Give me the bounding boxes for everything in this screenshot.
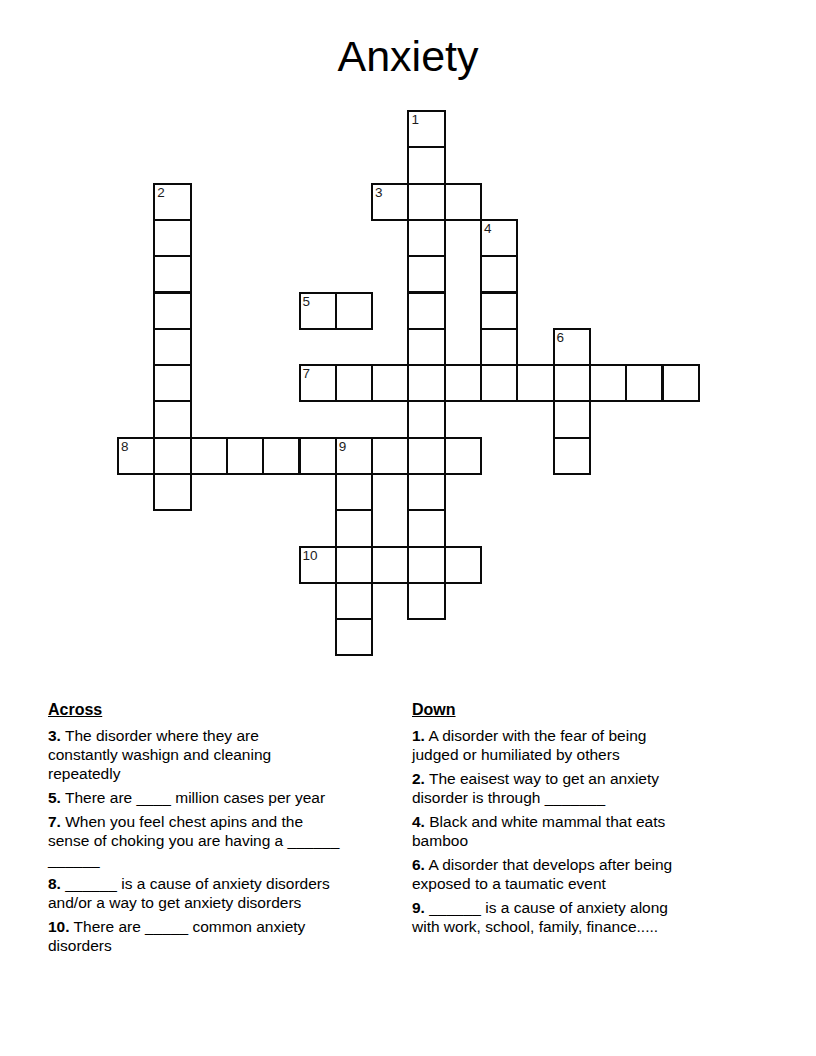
grid-cell[interactable] [407,219,445,257]
clue-number: 5 [303,294,311,310]
grid-cell[interactable] [371,546,409,584]
grid-cell[interactable]: 7 [299,364,337,402]
clue-item-number: 4. [412,813,425,830]
grid-cell[interactable] [407,437,445,475]
clue-number: 2 [157,185,165,201]
grid-cell[interactable] [407,400,445,438]
grid-cell[interactable] [480,328,518,366]
crossword-grid: 12345678910 [117,110,700,657]
clue-item: 4. Black and white mammal that eats bamb… [412,812,760,850]
grid-cell[interactable] [407,183,445,221]
clue-number: 9 [339,439,347,455]
grid-cell[interactable] [226,437,264,475]
clue-item: 9. ______ is a cause of anxiety along wi… [412,898,760,936]
grid-cell[interactable] [625,364,663,402]
across-header: Across [48,700,392,719]
clue-item-number: 9. [412,899,425,916]
grid-cell[interactable] [553,364,591,402]
grid-cell[interactable]: 6 [553,328,591,366]
down-clue-list: 1. A disorder with the fear of being jud… [412,726,760,936]
clue-item-number: 3. [48,727,61,744]
grid-cell[interactable] [335,364,373,402]
grid-cell[interactable] [407,582,445,620]
grid-cell[interactable] [407,328,445,366]
down-clues-section: Down 1. A disorder with the fear of bein… [412,700,760,941]
grid-cell[interactable]: 8 [117,437,155,475]
grid-cell[interactable] [553,400,591,438]
grid-cell[interactable] [153,437,191,475]
grid-cell[interactable] [153,400,191,438]
grid-cell[interactable] [153,328,191,366]
grid-cell[interactable] [480,292,518,330]
grid-cell[interactable] [589,364,627,402]
clue-item-number: 5. [48,789,61,806]
grid-cell[interactable] [335,618,373,656]
grid-cell[interactable] [662,364,700,402]
clue-item: 6. A disorder that develops after being … [412,855,760,893]
grid-cell[interactable] [335,292,373,330]
grid-cell[interactable]: 5 [299,292,337,330]
grid-cell[interactable] [480,364,518,402]
grid-cell[interactable] [335,473,373,511]
grid-cell[interactable] [299,437,337,475]
clue-item-number: 6. [412,856,425,873]
clue-number: 7 [303,366,311,382]
grid-cell[interactable] [407,146,445,184]
clue-number: 8 [121,439,129,455]
grid-cell[interactable] [444,364,482,402]
clue-item: 7. When you feel chest apins and the sen… [48,812,392,869]
clue-item-number: 10. [48,918,70,935]
across-clue-list: 3. The disorder where they are constantl… [48,726,392,955]
grid-cell[interactable] [480,255,518,293]
clue-number: 3 [375,185,383,201]
grid-cell[interactable] [407,364,445,402]
grid-cell[interactable] [335,546,373,584]
grid-cell[interactable] [407,292,445,330]
grid-cell[interactable]: 4 [480,219,518,257]
grid-cell[interactable] [335,582,373,620]
grid-cell[interactable] [190,437,228,475]
grid-cell[interactable] [153,292,191,330]
grid-cell[interactable] [371,437,409,475]
grid-cell[interactable] [153,219,191,257]
clue-item: 3. The disorder where they are constantl… [48,726,392,783]
clue-number: 6 [557,330,565,346]
clue-item-number: 7. [48,813,61,830]
grid-cell[interactable] [153,473,191,511]
grid-cell[interactable] [371,364,409,402]
clue-item: 10. There are _____ common anxiety disor… [48,917,392,955]
grid-cell[interactable] [407,546,445,584]
across-clues-section: Across 3. The disorder where they are co… [48,700,392,960]
grid-cell[interactable] [153,364,191,402]
grid-cell[interactable] [407,473,445,511]
crossword-page: { "game": "crossword", "title": "Anxiety… [0,0,816,1056]
page-title: Anxiety [0,33,816,80]
clue-number: 1 [411,112,419,128]
clue-item-number: 8. [48,875,61,892]
grid-cell[interactable]: 1 [407,110,445,148]
clue-number: 10 [303,548,318,564]
grid-cell[interactable]: 10 [299,546,337,584]
grid-cell[interactable] [553,437,591,475]
grid-cell[interactable]: 9 [335,437,373,475]
clue-item: 5. There are ____ million cases per year [48,788,392,807]
clue-item: 1. A disorder with the fear of being jud… [412,726,760,764]
grid-cell[interactable] [444,437,482,475]
clue-item-number: 2. [412,770,425,787]
grid-cell[interactable]: 2 [153,183,191,221]
down-header: Down [412,700,760,719]
grid-cell[interactable]: 3 [371,183,409,221]
grid-cell[interactable] [153,255,191,293]
grid-cell[interactable] [335,509,373,547]
grid-cell[interactable] [262,437,300,475]
grid-cell[interactable] [444,183,482,221]
clue-number: 4 [484,221,492,237]
clue-item: 2. The eaisest way to get an anxiety dis… [412,769,760,807]
clue-item-number: 1. [412,727,425,744]
grid-cell[interactable] [444,546,482,584]
grid-cell[interactable] [407,255,445,293]
grid-cell[interactable] [407,509,445,547]
clue-item: 8. ______ is a cause of anxiety disorder… [48,874,392,912]
grid-cell[interactable] [516,364,554,402]
